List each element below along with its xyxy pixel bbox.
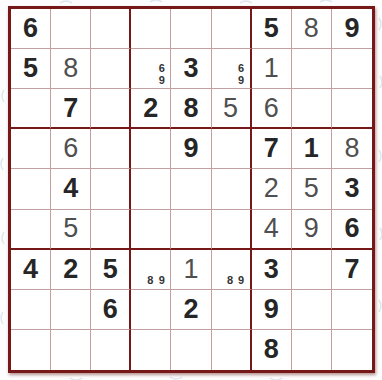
given-digit: 2 xyxy=(143,95,158,122)
cell-r7c3[interactable]: 5 xyxy=(91,250,131,290)
given-digit: 6 xyxy=(103,296,118,323)
pencil-mark-9: 9 xyxy=(236,74,247,86)
cell-r2c4[interactable]: 69 xyxy=(131,49,171,89)
cell-r8c2[interactable] xyxy=(51,290,91,330)
pencil-mark-6: 6 xyxy=(156,62,167,74)
pencil-mark-9: 9 xyxy=(156,275,167,287)
cell-r3c9[interactable] xyxy=(332,89,372,129)
cell-r9c1[interactable] xyxy=(11,330,51,370)
cell-r4c9[interactable]: 8 xyxy=(332,129,372,169)
given-digit: 1 xyxy=(304,135,319,162)
solved-digit: 5 xyxy=(63,215,78,242)
cell-r7c2[interactable]: 2 xyxy=(51,250,91,290)
cell-r5c4[interactable] xyxy=(131,169,171,209)
cell-r6c9[interactable]: 6 xyxy=(332,210,372,250)
cell-r2c5[interactable]: 3 xyxy=(171,49,211,89)
cell-r7c1[interactable]: 4 xyxy=(11,250,51,290)
solved-digit: 8 xyxy=(63,55,78,82)
cell-r6c7[interactable]: 4 xyxy=(252,210,292,250)
pencil-mark-8: 8 xyxy=(145,275,156,287)
cell-r6c4[interactable] xyxy=(131,210,171,250)
cell-r4c7[interactable]: 7 xyxy=(252,129,292,169)
given-digit: 4 xyxy=(23,256,38,283)
cell-r4c1[interactable] xyxy=(11,129,51,169)
cell-r4c4[interactable] xyxy=(131,129,171,169)
cell-r5c8[interactable]: 5 xyxy=(292,169,332,209)
given-digit: 6 xyxy=(23,15,38,42)
cell-r3c3[interactable] xyxy=(91,89,131,129)
solved-digit: 6 xyxy=(63,135,78,162)
cell-r4c3[interactable] xyxy=(91,129,131,169)
cell-r7c5[interactable]: 1 xyxy=(171,250,211,290)
cell-r7c9[interactable]: 7 xyxy=(332,250,372,290)
given-digit: 3 xyxy=(183,55,198,82)
cell-r2c9[interactable] xyxy=(332,49,372,89)
cell-r5c2[interactable]: 4 xyxy=(51,169,91,209)
solved-digit: 5 xyxy=(223,95,238,122)
given-digit: 4 xyxy=(63,175,78,202)
solved-digit: 4 xyxy=(264,215,279,242)
cell-r7c7[interactable]: 3 xyxy=(252,250,292,290)
cell-r1c6[interactable] xyxy=(212,9,252,49)
cell-r5c5[interactable] xyxy=(171,169,211,209)
cell-r8c4[interactable] xyxy=(131,290,171,330)
cell-r1c3[interactable] xyxy=(91,9,131,49)
cell-r9c5[interactable] xyxy=(171,330,211,370)
given-digit: 3 xyxy=(264,256,279,283)
given-digit: 2 xyxy=(63,256,78,283)
cell-r5c3[interactable] xyxy=(91,169,131,209)
cell-r8c1[interactable] xyxy=(11,290,51,330)
given-digit: 9 xyxy=(183,135,198,162)
cell-r5c9[interactable]: 3 xyxy=(332,169,372,209)
cell-r7c6[interactable]: 89 xyxy=(212,250,252,290)
solved-digit: 1 xyxy=(183,256,198,283)
given-digit: 9 xyxy=(264,296,279,323)
cell-r9c6[interactable] xyxy=(212,330,252,370)
cell-r4c2[interactable]: 6 xyxy=(51,129,91,169)
given-digit: 5 xyxy=(264,15,279,42)
cell-r4c8[interactable]: 1 xyxy=(292,129,332,169)
cell-r8c9[interactable] xyxy=(332,290,372,330)
given-digit: 8 xyxy=(264,336,279,363)
cell-r3c4[interactable]: 2 xyxy=(131,89,171,129)
cell-r3c1[interactable] xyxy=(11,89,51,129)
cell-r9c9[interactable] xyxy=(332,330,372,370)
pencil-mark-8: 8 xyxy=(225,275,236,287)
given-digit: 9 xyxy=(344,15,359,42)
given-digit: 5 xyxy=(23,55,38,82)
cell-r9c2[interactable] xyxy=(51,330,91,370)
cell-r8c7[interactable]: 9 xyxy=(252,290,292,330)
cell-r1c7[interactable]: 5 xyxy=(252,9,292,49)
solved-digit: 8 xyxy=(344,135,359,162)
cell-r3c2[interactable]: 7 xyxy=(51,89,91,129)
cell-r9c4[interactable] xyxy=(131,330,171,370)
sudoku-board: 6589586936917285669718425354964258918937… xyxy=(8,6,375,373)
cell-r8c6[interactable] xyxy=(212,290,252,330)
pencil-marks: 69 xyxy=(214,50,247,86)
cell-r6c6[interactable] xyxy=(212,210,252,250)
cell-r3c7[interactable]: 6 xyxy=(252,89,292,129)
cell-r9c7[interactable]: 8 xyxy=(252,330,292,370)
cell-r1c5[interactable] xyxy=(171,9,211,49)
cell-r3c6[interactable]: 5 xyxy=(212,89,252,129)
cell-r6c5[interactable] xyxy=(171,210,211,250)
cell-r8c3[interactable]: 6 xyxy=(91,290,131,330)
cell-r2c1[interactable]: 5 xyxy=(11,49,51,89)
cell-r1c8[interactable]: 8 xyxy=(292,9,332,49)
pencil-marks: 89 xyxy=(133,251,167,287)
given-digit: 3 xyxy=(344,175,359,202)
cell-r1c1[interactable]: 6 xyxy=(11,9,51,49)
pencil-mark-9: 9 xyxy=(236,275,247,287)
cell-r9c3[interactable] xyxy=(91,330,131,370)
solved-digit: 1 xyxy=(264,55,279,82)
cell-r5c7[interactable]: 2 xyxy=(252,169,292,209)
given-digit: 6 xyxy=(344,215,359,242)
given-digit: 5 xyxy=(103,256,118,283)
cell-r6c8[interactable]: 9 xyxy=(292,210,332,250)
cell-r3c8[interactable] xyxy=(292,89,332,129)
cell-r1c4[interactable] xyxy=(131,9,171,49)
cell-r2c2[interactable]: 8 xyxy=(51,49,91,89)
cell-r2c7[interactable]: 1 xyxy=(252,49,292,89)
cell-r3c5[interactable]: 8 xyxy=(171,89,211,129)
given-digit: 7 xyxy=(63,95,78,122)
solved-digit: 5 xyxy=(304,175,319,202)
solved-digit: 6 xyxy=(264,95,279,122)
given-digit: 8 xyxy=(183,95,198,122)
solved-digit: 8 xyxy=(304,15,319,42)
cell-r2c8[interactable] xyxy=(292,49,332,89)
cell-r4c6[interactable] xyxy=(212,129,252,169)
cell-r2c6[interactable]: 69 xyxy=(212,49,252,89)
cell-r6c1[interactable] xyxy=(11,210,51,250)
cell-r5c1[interactable] xyxy=(11,169,51,209)
cell-r7c4[interactable]: 89 xyxy=(131,250,171,290)
cell-r6c3[interactable] xyxy=(91,210,131,250)
cell-r5c6[interactable] xyxy=(212,169,252,209)
given-digit: 7 xyxy=(344,256,359,283)
pencil-marks: 89 xyxy=(214,251,247,287)
cell-r4c5[interactable]: 9 xyxy=(171,129,211,169)
cell-r1c9[interactable]: 9 xyxy=(332,9,372,49)
given-digit: 7 xyxy=(264,135,279,162)
cell-r1c2[interactable] xyxy=(51,9,91,49)
solved-digit: 2 xyxy=(264,175,279,202)
cell-r8c8[interactable] xyxy=(292,290,332,330)
solved-digit: 9 xyxy=(304,215,319,242)
pencil-marks: 69 xyxy=(133,50,167,86)
cell-r2c3[interactable] xyxy=(91,49,131,89)
cell-r7c8[interactable] xyxy=(292,250,332,290)
cell-r9c8[interactable] xyxy=(292,330,332,370)
given-digit: 2 xyxy=(183,296,198,323)
cell-r8c5[interactable]: 2 xyxy=(171,290,211,330)
pencil-mark-9: 9 xyxy=(156,74,167,86)
pencil-mark-6: 6 xyxy=(236,62,247,74)
cell-r6c2[interactable]: 5 xyxy=(51,210,91,250)
